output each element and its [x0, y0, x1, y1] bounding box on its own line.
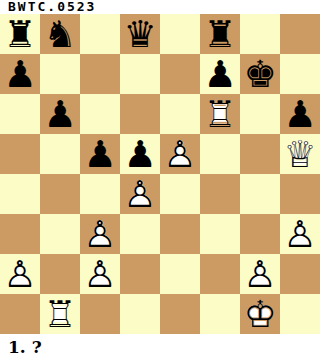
square-c7[interactable] [80, 54, 120, 94]
piece-outline-layer: ♙ [0, 254, 40, 294]
square-b1[interactable]: ♜♖ [40, 294, 80, 334]
piece-black-rook: ♜ [200, 14, 240, 54]
square-a4[interactable] [0, 174, 40, 214]
square-f6[interactable]: ♜♖ [200, 94, 240, 134]
square-d1[interactable] [120, 294, 160, 334]
piece-outline-layer: ♙ [160, 134, 200, 174]
piece-black-knight: ♞ [40, 14, 80, 54]
square-b5[interactable] [40, 134, 80, 174]
square-h4[interactable] [280, 174, 320, 214]
square-b7[interactable] [40, 54, 80, 94]
piece-outline-layer: ♔ [240, 294, 280, 334]
square-g2[interactable]: ♟♙ [240, 254, 280, 294]
piece-outline-layer: ♙ [240, 254, 280, 294]
square-e5[interactable]: ♟♙ [160, 134, 200, 174]
square-a7[interactable]: ♟ [0, 54, 40, 94]
piece-outline-layer: ♖ [200, 94, 240, 134]
piece-black-pawn: ♟ [280, 94, 320, 134]
square-h3[interactable]: ♟♙ [280, 214, 320, 254]
piece-white-pawn: ♟♙ [240, 254, 280, 294]
move-prompt: 1. ? [0, 336, 42, 358]
square-b2[interactable] [40, 254, 80, 294]
piece-outline-layer: ♙ [280, 214, 320, 254]
square-f4[interactable] [200, 174, 240, 214]
square-d6[interactable] [120, 94, 160, 134]
piece-white-rook: ♜♖ [200, 94, 240, 134]
square-c5[interactable]: ♟ [80, 134, 120, 174]
piece-black-pawn: ♟ [120, 134, 160, 174]
square-a1[interactable] [0, 294, 40, 334]
square-h5[interactable]: ♛♕ [280, 134, 320, 174]
square-f1[interactable] [200, 294, 240, 334]
square-a8[interactable]: ♜ [0, 14, 40, 54]
piece-white-king: ♚♔ [240, 294, 280, 334]
square-e4[interactable] [160, 174, 200, 214]
piece-outline-layer: ♖ [40, 294, 80, 334]
square-d2[interactable] [120, 254, 160, 294]
square-c1[interactable] [80, 294, 120, 334]
square-a2[interactable]: ♟♙ [0, 254, 40, 294]
piece-white-pawn: ♟♙ [120, 174, 160, 214]
square-g5[interactable] [240, 134, 280, 174]
piece-white-pawn: ♟♙ [0, 254, 40, 294]
square-c4[interactable] [80, 174, 120, 214]
square-g3[interactable] [240, 214, 280, 254]
piece-outline-layer: ♙ [80, 214, 120, 254]
square-e1[interactable] [160, 294, 200, 334]
square-g1[interactable]: ♚♔ [240, 294, 280, 334]
square-g7[interactable]: ♚ [240, 54, 280, 94]
square-c6[interactable] [80, 94, 120, 134]
square-b6[interactable]: ♟ [40, 94, 80, 134]
square-f5[interactable] [200, 134, 240, 174]
square-e3[interactable] [160, 214, 200, 254]
square-a6[interactable] [0, 94, 40, 134]
square-c8[interactable] [80, 14, 120, 54]
piece-outline-layer: ♙ [80, 254, 120, 294]
square-f8[interactable]: ♜ [200, 14, 240, 54]
piece-white-pawn: ♟♙ [160, 134, 200, 174]
piece-black-pawn: ♟ [0, 54, 40, 94]
square-g6[interactable] [240, 94, 280, 134]
square-g8[interactable] [240, 14, 280, 54]
square-d3[interactable] [120, 214, 160, 254]
square-d8[interactable]: ♛ [120, 14, 160, 54]
square-f7[interactable]: ♟ [200, 54, 240, 94]
square-g4[interactable] [240, 174, 280, 214]
square-h6[interactable]: ♟ [280, 94, 320, 134]
square-e7[interactable] [160, 54, 200, 94]
square-f2[interactable] [200, 254, 240, 294]
piece-black-pawn: ♟ [200, 54, 240, 94]
square-f3[interactable] [200, 214, 240, 254]
square-b4[interactable] [40, 174, 80, 214]
square-c3[interactable]: ♟♙ [80, 214, 120, 254]
piece-white-rook: ♜♖ [40, 294, 80, 334]
square-h8[interactable] [280, 14, 320, 54]
header-bar: BWTC.0523 [0, 0, 320, 14]
square-e8[interactable] [160, 14, 200, 54]
piece-white-pawn: ♟♙ [80, 254, 120, 294]
square-e2[interactable] [160, 254, 200, 294]
square-d5[interactable]: ♟ [120, 134, 160, 174]
square-d7[interactable] [120, 54, 160, 94]
piece-outline-layer: ♕ [280, 134, 320, 174]
square-c2[interactable]: ♟♙ [80, 254, 120, 294]
piece-white-pawn: ♟♙ [280, 214, 320, 254]
square-d4[interactable]: ♟♙ [120, 174, 160, 214]
square-e6[interactable] [160, 94, 200, 134]
piece-black-king: ♚ [240, 54, 280, 94]
piece-black-pawn: ♟ [80, 134, 120, 174]
square-a3[interactable] [0, 214, 40, 254]
piece-black-rook: ♜ [0, 14, 40, 54]
puzzle-id: BWTC.0523 [0, 0, 96, 14]
piece-white-pawn: ♟♙ [80, 214, 120, 254]
piece-black-queen: ♛ [120, 14, 160, 54]
square-b8[interactable]: ♞ [40, 14, 80, 54]
square-h2[interactable] [280, 254, 320, 294]
piece-black-pawn: ♟ [40, 94, 80, 134]
square-b3[interactable] [40, 214, 80, 254]
piece-outline-layer: ♙ [120, 174, 160, 214]
square-h7[interactable] [280, 54, 320, 94]
chess-board: ♜♞♛♜♟♟♚♟♜♖♟♟♟♟♙♛♕♟♙♟♙♟♙♟♙♟♙♟♙♜♖♚♔ [0, 14, 320, 334]
square-a5[interactable] [0, 134, 40, 174]
square-h1[interactable] [280, 294, 320, 334]
footer-bar: 1. ? [0, 334, 320, 360]
piece-white-queen: ♛♕ [280, 134, 320, 174]
